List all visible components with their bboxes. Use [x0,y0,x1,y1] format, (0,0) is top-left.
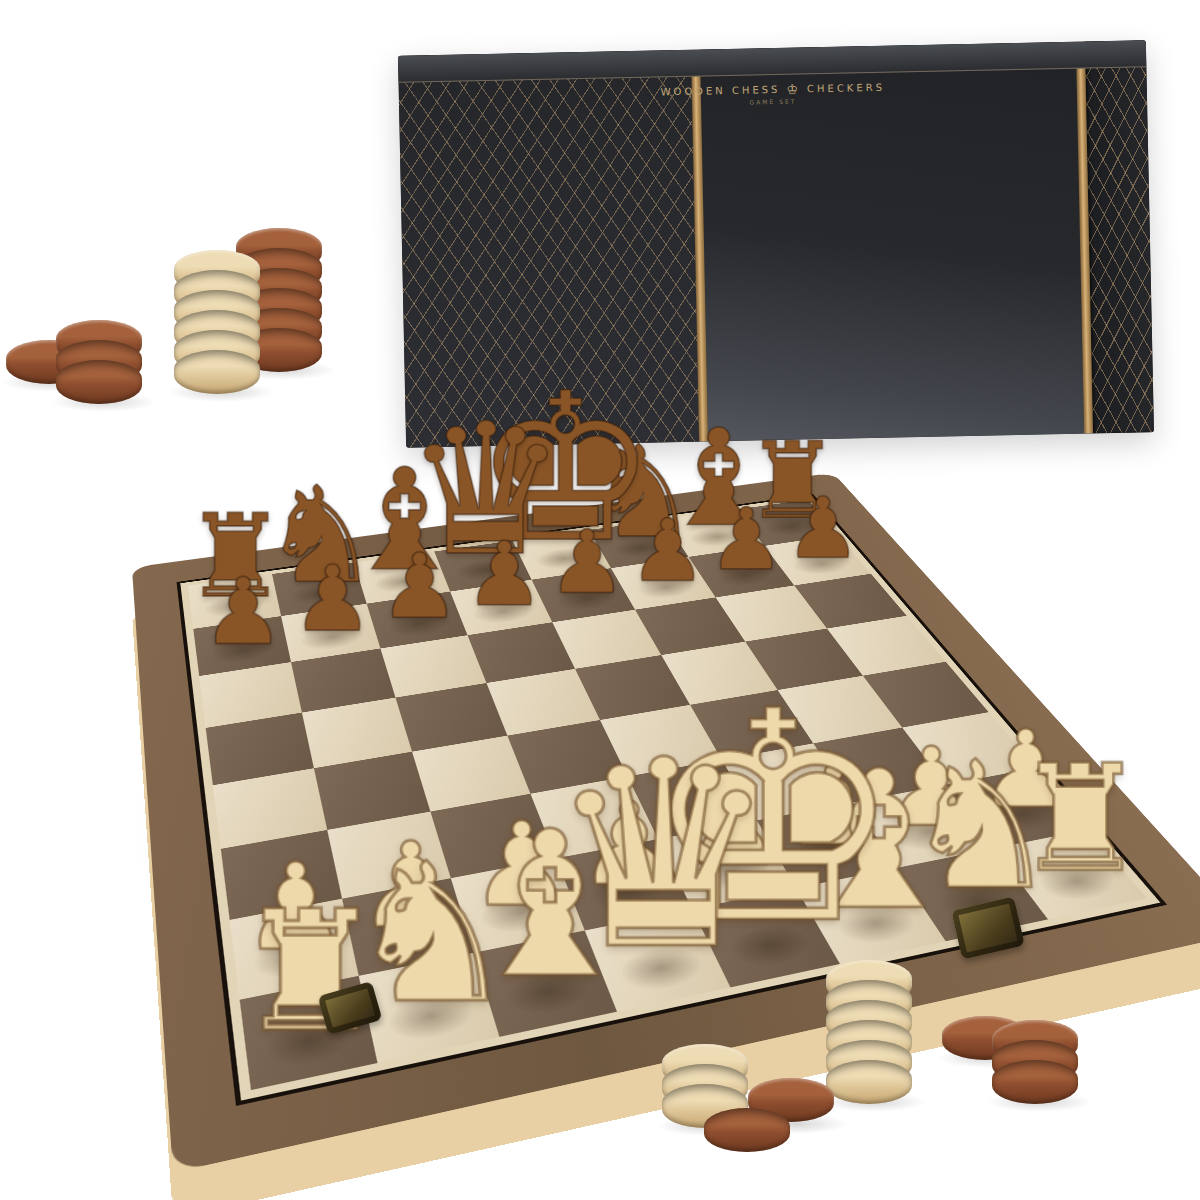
checker-stack [748,1078,834,1126]
brand-text-right: CHECKERS [807,82,885,95]
checker-disc-brown [56,360,142,404]
checker-disc-brown [992,1060,1078,1104]
checker-stack [826,960,912,1104]
brand-text-left: WOODEN CHESS [660,84,780,98]
box-right-pinstripe-panel [1085,40,1154,433]
checker-disc-natural [174,350,260,394]
checker-stack [174,250,260,394]
checker-disc-natural [826,1060,912,1104]
checker-disc-brown [704,1108,790,1152]
checker-stack [992,1020,1078,1104]
product-photo-stage: WOODEN CHESS♔CHECKERS GAME SET ♜♞♝♛♚♞♝♜♟… [0,0,1200,1200]
crown-icon: ♔ [780,81,807,97]
checker-stack [56,320,142,404]
